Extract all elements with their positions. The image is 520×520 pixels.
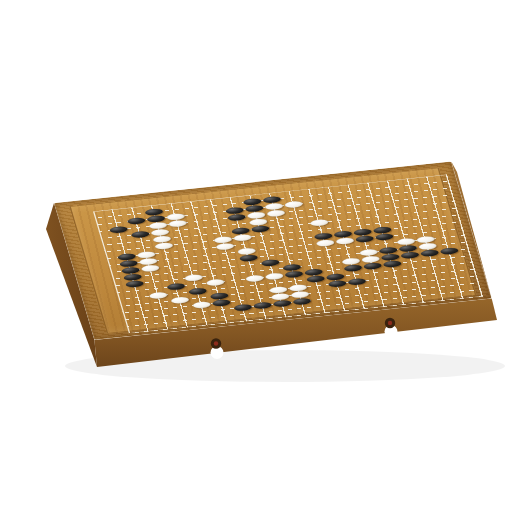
white-stone[interactable] [205,278,225,286]
white-stone[interactable] [264,272,284,280]
black-stone[interactable] [347,278,367,286]
black-stone[interactable] [239,254,259,262]
black-stone[interactable] [363,262,383,270]
white-stone[interactable] [140,264,160,272]
white-stone[interactable] [315,239,335,247]
white-stone[interactable] [154,242,174,250]
white-stone[interactable] [148,291,168,299]
white-stone[interactable] [168,220,188,228]
black-stone[interactable] [130,230,150,238]
black-stone[interactable] [374,233,394,241]
black-stone[interactable] [188,287,208,295]
black-stone[interactable] [343,264,363,272]
black-stone[interactable] [126,217,146,225]
white-stone[interactable] [266,209,286,217]
white-stone[interactable] [233,234,253,242]
white-stone[interactable] [192,301,212,309]
black-stone[interactable] [355,235,375,243]
black-stone[interactable] [272,299,292,307]
black-stone[interactable] [109,226,129,234]
white-stone[interactable] [335,237,355,245]
black-stone[interactable] [420,249,440,257]
black-stone[interactable] [439,247,459,255]
black-stone[interactable] [211,299,231,307]
white-stone[interactable] [215,243,235,251]
black-stone[interactable] [382,260,402,268]
black-stone[interactable] [166,283,186,291]
go-board-photo [0,0,520,520]
white-stone[interactable] [284,200,304,208]
black-stone[interactable] [284,270,304,278]
black-stone[interactable] [125,280,145,288]
black-stone[interactable] [400,251,420,259]
white-stone[interactable] [245,274,265,282]
white-stone[interactable] [170,296,190,304]
black-stone[interactable] [233,304,253,312]
peg-hole-center [388,321,392,325]
black-stone[interactable] [227,213,247,221]
white-stone[interactable] [309,219,329,227]
black-stone[interactable] [253,301,273,309]
white-stone[interactable] [184,274,204,282]
black-stone[interactable] [260,259,280,267]
black-stone[interactable] [306,275,326,283]
peg-hole-center [214,341,218,345]
black-stone[interactable] [327,280,347,288]
black-stone[interactable] [292,297,312,305]
black-stone[interactable] [250,225,270,233]
